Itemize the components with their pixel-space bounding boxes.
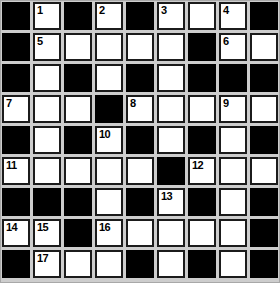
blocked-cell bbox=[64, 126, 92, 154]
letter-cell[interactable]: 3 bbox=[157, 2, 185, 30]
blocked-cell bbox=[250, 2, 278, 30]
letter-cell[interactable] bbox=[126, 219, 154, 247]
blocked-cell bbox=[64, 188, 92, 216]
blocked-cell bbox=[250, 219, 278, 247]
clue-number: 14 bbox=[6, 221, 17, 233]
letter-cell[interactable] bbox=[219, 157, 247, 185]
clue-number: 12 bbox=[192, 159, 203, 171]
letter-cell[interactable] bbox=[188, 219, 216, 247]
letter-cell[interactable] bbox=[95, 250, 123, 278]
clue-number: 9 bbox=[223, 97, 229, 109]
letter-cell[interactable]: 16 bbox=[95, 219, 123, 247]
letter-cell[interactable] bbox=[95, 64, 123, 92]
letter-cell[interactable]: 6 bbox=[219, 33, 247, 61]
blocked-cell bbox=[2, 64, 30, 92]
blocked-cell bbox=[2, 250, 30, 278]
blocked-cell bbox=[2, 2, 30, 30]
blocked-cell bbox=[188, 188, 216, 216]
letter-cell[interactable] bbox=[188, 2, 216, 30]
letter-cell[interactable] bbox=[126, 157, 154, 185]
blocked-cell bbox=[250, 250, 278, 278]
clue-number: 13 bbox=[161, 190, 172, 202]
blocked-cell bbox=[250, 188, 278, 216]
clue-number: 11 bbox=[6, 159, 17, 171]
letter-cell[interactable]: 11 bbox=[2, 157, 30, 185]
letter-cell[interactable] bbox=[33, 157, 61, 185]
clue-number: 15 bbox=[37, 221, 48, 233]
blocked-cell bbox=[126, 64, 154, 92]
letter-cell[interactable]: 14 bbox=[2, 219, 30, 247]
letter-cell[interactable] bbox=[64, 250, 92, 278]
letter-cell[interactable] bbox=[33, 95, 61, 123]
letter-cell[interactable] bbox=[33, 126, 61, 154]
letter-cell[interactable] bbox=[157, 219, 185, 247]
blocked-cell bbox=[64, 64, 92, 92]
blocked-cell bbox=[126, 126, 154, 154]
letter-cell[interactable] bbox=[64, 95, 92, 123]
blocked-cell bbox=[250, 126, 278, 154]
letter-cell[interactable] bbox=[157, 126, 185, 154]
letter-cell[interactable] bbox=[95, 188, 123, 216]
letter-cell[interactable] bbox=[157, 33, 185, 61]
blocked-cell bbox=[126, 188, 154, 216]
blocked-cell bbox=[2, 188, 30, 216]
blocked-cell bbox=[250, 64, 278, 92]
letter-cell[interactable]: 13 bbox=[157, 188, 185, 216]
crossword-board: 1234567891011121314151617 bbox=[0, 0, 280, 283]
clue-number: 10 bbox=[99, 128, 110, 140]
blocked-cell bbox=[188, 64, 216, 92]
clue-number: 16 bbox=[99, 221, 110, 233]
blocked-cell bbox=[64, 2, 92, 30]
letter-cell[interactable]: 8 bbox=[126, 95, 154, 123]
blocked-cell bbox=[157, 157, 185, 185]
clue-number: 17 bbox=[37, 252, 48, 264]
letter-cell[interactable] bbox=[219, 126, 247, 154]
clue-number: 4 bbox=[223, 4, 229, 16]
blocked-cell bbox=[188, 33, 216, 61]
letter-cell[interactable] bbox=[219, 188, 247, 216]
letter-cell[interactable]: 5 bbox=[33, 33, 61, 61]
blocked-cell bbox=[219, 64, 247, 92]
letter-cell[interactable]: 1 bbox=[33, 2, 61, 30]
letter-cell[interactable]: 10 bbox=[95, 126, 123, 154]
letter-cell[interactable] bbox=[157, 64, 185, 92]
blocked-cell bbox=[64, 219, 92, 247]
letter-cell[interactable] bbox=[95, 157, 123, 185]
letter-cell[interactable]: 2 bbox=[95, 2, 123, 30]
letter-cell[interactable] bbox=[219, 219, 247, 247]
blocked-cell bbox=[95, 95, 123, 123]
letter-cell[interactable] bbox=[250, 95, 278, 123]
blocked-cell bbox=[188, 126, 216, 154]
blocked-cell bbox=[126, 2, 154, 30]
letter-cell[interactable] bbox=[95, 33, 123, 61]
clue-number: 8 bbox=[130, 97, 136, 109]
letter-cell[interactable] bbox=[126, 33, 154, 61]
letter-cell[interactable]: 9 bbox=[219, 95, 247, 123]
letter-cell[interactable]: 17 bbox=[33, 250, 61, 278]
blocked-cell bbox=[2, 33, 30, 61]
letter-cell[interactable] bbox=[64, 157, 92, 185]
clue-number: 1 bbox=[37, 4, 43, 16]
letter-cell[interactable] bbox=[219, 250, 247, 278]
clue-number: 5 bbox=[37, 35, 43, 47]
blocked-cell bbox=[126, 250, 154, 278]
letter-cell[interactable] bbox=[157, 250, 185, 278]
letter-cell[interactable] bbox=[250, 157, 278, 185]
letter-cell[interactable] bbox=[33, 64, 61, 92]
blocked-cell bbox=[2, 126, 30, 154]
letter-cell[interactable]: 15 bbox=[33, 219, 61, 247]
letter-cell[interactable] bbox=[188, 95, 216, 123]
letter-cell[interactable] bbox=[64, 33, 92, 61]
clue-number: 7 bbox=[6, 97, 12, 109]
clue-number: 2 bbox=[99, 4, 105, 16]
letter-cell[interactable]: 7 bbox=[2, 95, 30, 123]
letter-cell[interactable]: 12 bbox=[188, 157, 216, 185]
crossword-grid: 1234567891011121314151617 bbox=[2, 2, 278, 278]
letter-cell[interactable] bbox=[157, 95, 185, 123]
clue-number: 3 bbox=[161, 4, 167, 16]
blocked-cell bbox=[33, 188, 61, 216]
letter-cell[interactable]: 4 bbox=[219, 2, 247, 30]
blocked-cell bbox=[188, 250, 216, 278]
letter-cell[interactable] bbox=[250, 33, 278, 61]
clue-number: 6 bbox=[223, 35, 229, 47]
